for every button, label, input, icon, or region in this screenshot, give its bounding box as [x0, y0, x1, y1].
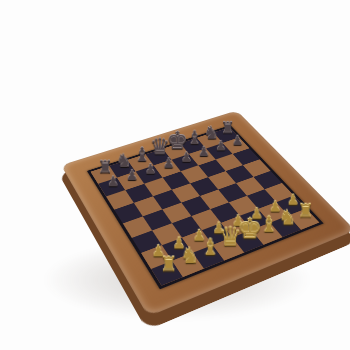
piece-black-pawn: ♟ — [180, 151, 192, 164]
chess-set-photo: ♜♞♝♛♚♝♞♜♟♟♟♟♟♟♟♟♟♟♟♟♟♟♟♟♜♞♝♛♚♝♞♜ — [0, 0, 350, 350]
piece-white-rook: ♜ — [159, 255, 177, 275]
piece-black-pawn: ♟ — [162, 157, 174, 170]
piece-white-rook: ♜ — [297, 202, 314, 221]
piece-white-queen: ♛ — [218, 225, 242, 251]
piece-black-pawn: ♟ — [215, 140, 227, 153]
piece-white-knight: ♞ — [278, 208, 296, 228]
chess-board: ♜♞♝♛♚♝♞♜♟♟♟♟♟♟♟♟♟♟♟♟♟♟♟♟♜♞♝♛♚♝♞♜ — [61, 111, 350, 317]
board-wood-frame: ♜♞♝♛♚♝♞♜♟♟♟♟♟♟♟♟♟♟♟♟♟♟♟♟♜♞♝♛♚♝♞♜ — [61, 111, 350, 317]
piece-black-pawn: ♟ — [107, 175, 119, 189]
piece-black-pawn: ♟ — [232, 134, 244, 147]
scene: ♜♞♝♛♚♝♞♜♟♟♟♟♟♟♟♟♟♟♟♟♟♟♟♟♜♞♝♛♚♝♞♜ — [0, 0, 350, 350]
piece-white-bishop: ♝ — [200, 237, 220, 259]
piece-black-pawn: ♟ — [126, 169, 138, 183]
piece-black-pawn: ♟ — [198, 145, 210, 158]
piece-white-knight: ♞ — [180, 246, 199, 267]
piece-black-pawn: ♟ — [144, 163, 156, 177]
